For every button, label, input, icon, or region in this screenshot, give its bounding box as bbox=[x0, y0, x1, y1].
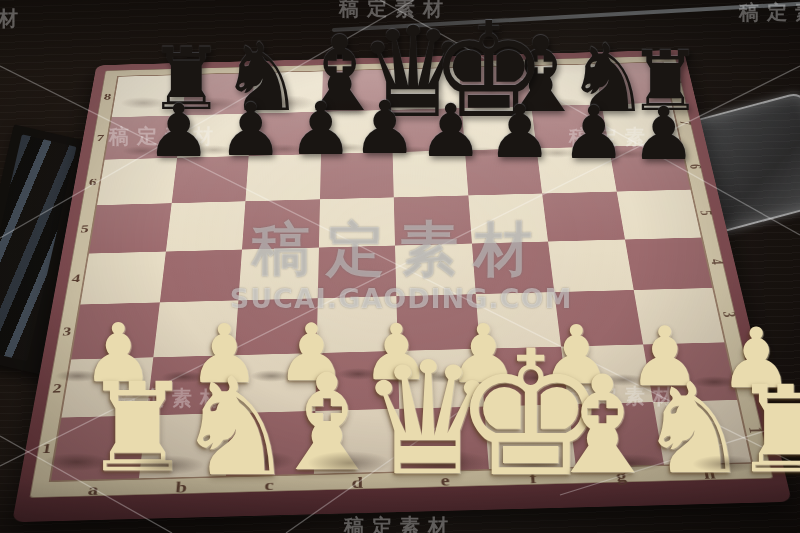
stock-photo-chess-board: abcdefgh1122334455667788 ♜♞♝♛♚♝♞♜♟♟♟♟♟♟♟… bbox=[0, 0, 800, 533]
pieces-layer: ♜♞♝♛♚♝♞♜♟♟♟♟♟♟♟♟♟♟♟♟♟♟♟♟♜♞♝♛♚♝♞♜ bbox=[0, 0, 800, 533]
